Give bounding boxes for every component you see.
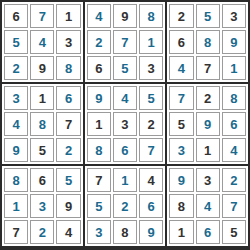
cell-r9c4[interactable]: 3 [87,220,111,244]
cell-r8c2[interactable]: 3 [30,194,54,218]
cell-r9c1[interactable]: 7 [4,220,28,244]
cell-r3c6[interactable]: 3 [139,56,163,80]
cell-r2c8[interactable]: 8 [196,30,220,54]
cell-r8c7[interactable]: 8 [169,194,193,218]
cell-r6c9[interactable]: 4 [222,138,246,162]
sudoku-box-9: 932847165 [167,166,248,246]
sudoku-board: 6715432984982716532536894713164879529451… [0,0,250,250]
cell-r2c9[interactable]: 9 [222,30,246,54]
cell-r6c7[interactable]: 3 [169,138,193,162]
cell-r7c3[interactable]: 5 [56,168,80,192]
cell-r9c6[interactable]: 9 [139,220,163,244]
cell-r3c8[interactable]: 7 [196,56,220,80]
cell-r2c6[interactable]: 1 [139,30,163,54]
cell-r5c9[interactable]: 6 [222,112,246,136]
cell-r4c3[interactable]: 6 [56,86,80,110]
cell-r5c7[interactable]: 5 [169,112,193,136]
cell-r3c1[interactable]: 2 [4,56,28,80]
cell-r8c9[interactable]: 7 [222,194,246,218]
cell-r1c2[interactable]: 7 [30,4,54,28]
cell-r1c4[interactable]: 4 [87,4,111,28]
cell-r4c4[interactable]: 9 [87,86,111,110]
cell-r1c7[interactable]: 2 [169,4,193,28]
cell-r9c5[interactable]: 8 [113,220,137,244]
sudoku-box-4: 316487952 [2,84,83,164]
cell-r6c8[interactable]: 1 [196,138,220,162]
cell-r4c2[interactable]: 1 [30,86,54,110]
cell-r9c8[interactable]: 6 [196,220,220,244]
cell-r3c5[interactable]: 5 [113,56,137,80]
cell-r5c6[interactable]: 2 [139,112,163,136]
cell-r3c3[interactable]: 8 [56,56,80,80]
sudoku-box-1: 671543298 [2,2,83,82]
cell-r5c4[interactable]: 1 [87,112,111,136]
cell-r8c6[interactable]: 6 [139,194,163,218]
cell-r1c1[interactable]: 6 [4,4,28,28]
cell-r7c8[interactable]: 3 [196,168,220,192]
sudoku-box-2: 498271653 [85,2,166,82]
cell-r7c9[interactable]: 2 [222,168,246,192]
cell-r7c2[interactable]: 6 [30,168,54,192]
cell-r6c3[interactable]: 2 [56,138,80,162]
cell-r8c8[interactable]: 4 [196,194,220,218]
cell-r4c9[interactable]: 8 [222,86,246,110]
cell-r6c2[interactable]: 5 [30,138,54,162]
cell-r8c4[interactable]: 5 [87,194,111,218]
cell-r1c3[interactable]: 1 [56,4,80,28]
cell-r5c3[interactable]: 7 [56,112,80,136]
cell-r1c6[interactable]: 8 [139,4,163,28]
sudoku-box-6: 728596314 [167,84,248,164]
cell-r7c4[interactable]: 7 [87,168,111,192]
cell-r2c2[interactable]: 4 [30,30,54,54]
cell-r7c6[interactable]: 4 [139,168,163,192]
sudoku-box-8: 714526389 [85,166,166,246]
cell-r2c1[interactable]: 5 [4,30,28,54]
cell-r3c2[interactable]: 9 [30,56,54,80]
cell-r4c6[interactable]: 5 [139,86,163,110]
cell-r2c5[interactable]: 7 [113,30,137,54]
cell-r7c5[interactable]: 1 [113,168,137,192]
cell-r4c8[interactable]: 2 [196,86,220,110]
cell-r6c5[interactable]: 6 [113,138,137,162]
sudoku-box-3: 253689471 [167,2,248,82]
cell-r5c8[interactable]: 9 [196,112,220,136]
cell-r8c5[interactable]: 2 [113,194,137,218]
cell-r3c4[interactable]: 6 [87,56,111,80]
cell-r3c9[interactable]: 1 [222,56,246,80]
cell-r9c7[interactable]: 1 [169,220,193,244]
cell-r9c9[interactable]: 5 [222,220,246,244]
cell-r8c3[interactable]: 9 [56,194,80,218]
cell-r4c7[interactable]: 7 [169,86,193,110]
cell-r9c3[interactable]: 4 [56,220,80,244]
cell-r5c1[interactable]: 4 [4,112,28,136]
sudoku-box-5: 945132867 [85,84,166,164]
cell-r2c7[interactable]: 6 [169,30,193,54]
cell-r9c2[interactable]: 2 [30,220,54,244]
cell-r2c3[interactable]: 3 [56,30,80,54]
sudoku-box-7: 865139724 [2,166,83,246]
cell-r1c5[interactable]: 9 [113,4,137,28]
cell-r6c6[interactable]: 7 [139,138,163,162]
cell-r2c4[interactable]: 2 [87,30,111,54]
cell-r8c1[interactable]: 1 [4,194,28,218]
cell-r1c8[interactable]: 5 [196,4,220,28]
cell-r5c2[interactable]: 8 [30,112,54,136]
cell-r4c1[interactable]: 3 [4,86,28,110]
cell-r7c7[interactable]: 9 [169,168,193,192]
cell-r4c5[interactable]: 4 [113,86,137,110]
cell-r3c7[interactable]: 4 [169,56,193,80]
cell-r7c1[interactable]: 8 [4,168,28,192]
cell-r5c5[interactable]: 3 [113,112,137,136]
cell-r1c9[interactable]: 3 [222,4,246,28]
cell-r6c4[interactable]: 8 [87,138,111,162]
cell-r6c1[interactable]: 9 [4,138,28,162]
